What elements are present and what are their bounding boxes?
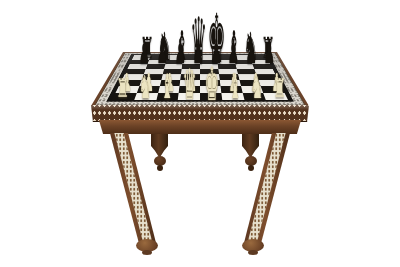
piece-black-bishop-f8: ♝	[204, 0, 264, 56]
piece-white-pawn-h2: ♟	[247, 19, 307, 89]
piece-black-king-e8: ♚	[186, 0, 246, 56]
pawn-glyph: ♟	[192, 35, 203, 69]
pawn-glyph: ♟	[157, 35, 168, 69]
piece-black-rook-a8: ♜	[118, 0, 178, 56]
knight-glyph: ♞	[139, 72, 152, 104]
piece-black-queen-d8: ♛	[169, 0, 229, 56]
knight-glyph: ♞	[251, 72, 264, 104]
piece-black-pawn-a7: ♟	[115, 0, 175, 61]
pawn-glyph: ♟	[208, 70, 218, 95]
pawn-glyph: ♟	[263, 35, 274, 69]
piece-black-pawn-d7: ♟	[168, 0, 228, 61]
rook-glyph: ♜	[261, 34, 276, 63]
pieces-layer: ♜♞♝♛♚♝♞♜♟♟♟♟♟♟♟♟♟♟♟♟♟♟♟♟♜♞♝♛♚♝♞♜	[0, 0, 400, 267]
pawn-glyph: ♟	[144, 70, 154, 95]
rook-glyph: ♜	[273, 77, 286, 103]
king-glyph: ♚	[207, 5, 225, 73]
pawn-glyph: ♟	[210, 35, 221, 69]
pawn-glyph: ♟	[165, 70, 175, 95]
piece-white-rook-a1: ♜	[93, 26, 153, 96]
piece-black-knight-g8: ♞	[221, 0, 281, 56]
piece-black-knight-b8: ♞	[135, 0, 195, 56]
knight-glyph: ♞	[157, 27, 172, 66]
piece-black-bishop-c8: ♝	[152, 0, 212, 56]
piece-white-queen-d1: ♛	[160, 26, 220, 96]
piece-white-pawn-b2: ♟	[119, 19, 179, 89]
piece-white-pawn-a2: ♟	[97, 19, 157, 89]
piece-white-bishop-f1: ♝	[205, 26, 265, 96]
rook-glyph: ♜	[140, 34, 155, 63]
chess-table-photo: ♜♞♝♛♚♝♞♜♟♟♟♟♟♟♟♟♟♟♟♟♟♟♟♟♜♞♝♛♚♝♞♜	[0, 0, 400, 267]
pawn-glyph: ♟	[122, 70, 132, 95]
rook-glyph: ♜	[117, 77, 130, 103]
bishop-glyph: ♝	[229, 71, 240, 105]
king-glyph: ♚	[205, 61, 219, 107]
piece-black-rook-h8: ♜	[238, 0, 298, 56]
pawn-glyph: ♟	[174, 35, 185, 69]
piece-black-pawn-b7: ♟	[132, 0, 192, 61]
piece-white-king-e1: ♚	[182, 26, 242, 96]
queen-glyph: ♛	[183, 64, 197, 106]
piece-black-pawn-c7: ♟	[150, 0, 210, 61]
bishop-glyph: ♝	[162, 71, 173, 105]
pawn-glyph: ♟	[246, 35, 257, 69]
piece-white-pawn-d2: ♟	[161, 19, 221, 89]
piece-white-bishop-c1: ♝	[138, 26, 198, 96]
piece-white-pawn-f2: ♟	[204, 19, 264, 89]
piece-white-pawn-g2: ♟	[226, 19, 286, 89]
bishop-glyph: ♝	[227, 25, 240, 66]
piece-white-knight-b1: ♞	[115, 26, 175, 96]
pawn-glyph: ♟	[251, 70, 261, 95]
piece-black-pawn-e7: ♟	[186, 0, 246, 61]
piece-white-rook-h1: ♜	[249, 26, 309, 96]
knight-glyph: ♞	[243, 27, 258, 66]
pawn-glyph: ♟	[272, 70, 282, 95]
pawn-glyph: ♟	[229, 70, 239, 95]
piece-white-pawn-e2: ♟	[183, 19, 243, 89]
piece-black-pawn-h7: ♟	[239, 0, 299, 61]
queen-glyph: ♛	[191, 11, 208, 71]
piece-black-pawn-f7: ♟	[204, 0, 264, 61]
pawn-glyph: ♟	[186, 70, 196, 95]
bishop-glyph: ♝	[175, 25, 188, 66]
piece-black-pawn-g7: ♟	[221, 0, 281, 61]
pawn-glyph: ♟	[228, 35, 239, 69]
piece-white-pawn-c2: ♟	[140, 19, 200, 89]
piece-white-knight-g1: ♞	[227, 26, 287, 96]
pawn-glyph: ♟	[139, 35, 150, 69]
